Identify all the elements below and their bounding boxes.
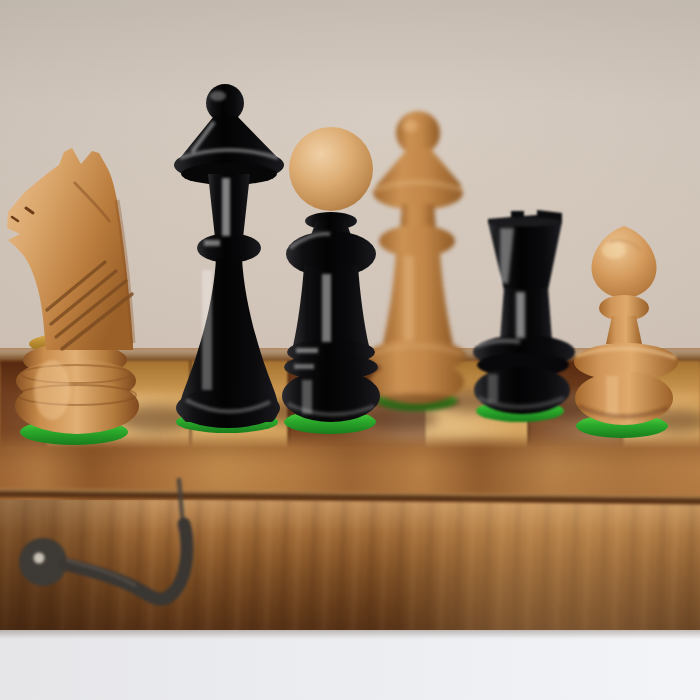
knight-head: [7, 148, 133, 350]
wood-ball-top: [289, 127, 373, 211]
white-knight-piece: [2, 138, 158, 452]
white-pawn-piece: [566, 220, 690, 460]
black-rook-piece: [458, 202, 576, 430]
hook-latch: [6, 478, 206, 653]
black-pawn-piece: [276, 124, 394, 442]
latch-hook: [64, 524, 187, 599]
chess-photo-scene: [0, 0, 700, 700]
